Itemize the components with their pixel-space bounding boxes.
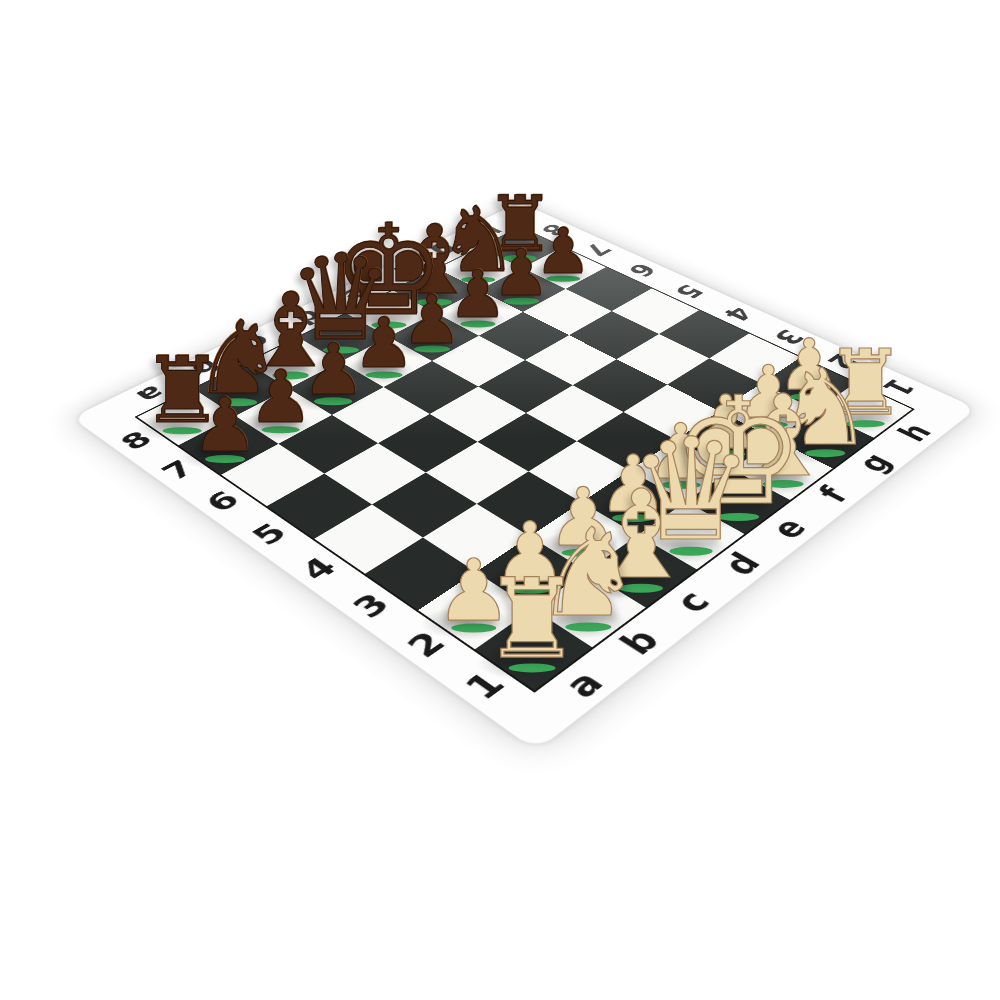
rank-label-left-7: 7	[156, 457, 200, 484]
file-label-top-f: f	[386, 264, 417, 280]
chess-set-product-photo: aa11bb22cc33dd44ee55ff66gg77hh88 ♜♟♞♟♝♟♚…	[0, 0, 1000, 1000]
file-label-bottom-f: f	[812, 483, 854, 507]
file-label-bottom-c: c	[668, 586, 717, 618]
rank-label-left-4: 4	[294, 553, 342, 585]
rank-label-left-5: 5	[246, 519, 293, 549]
rank-label-left-8: 8	[115, 428, 158, 454]
rank-label-left-3: 3	[346, 589, 396, 623]
file-label-bottom-a: a	[557, 666, 610, 704]
rank-label-left-1: 1	[458, 667, 512, 705]
file-label-bottom-e: e	[765, 514, 813, 544]
rank-label-left-2: 2	[400, 627, 452, 663]
file-label-bottom-d: d	[717, 548, 768, 580]
file-label-bottom-b: b	[613, 624, 666, 660]
board-grid	[134, 226, 915, 692]
file-label-bottom-h: h	[892, 420, 938, 446]
rank-label-left-6: 6	[200, 487, 246, 516]
chess-mat: aa11bb22cc33dd44ee55ff66gg77hh88	[70, 202, 978, 752]
file-label-bottom-g: g	[852, 449, 899, 476]
